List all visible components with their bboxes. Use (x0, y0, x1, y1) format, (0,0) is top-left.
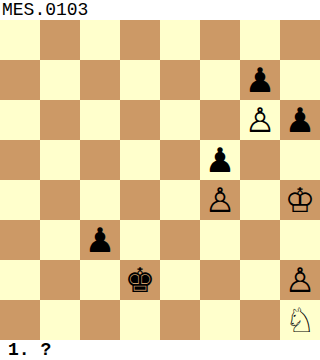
square-d5[interactable] (120, 140, 160, 180)
square-c2[interactable] (80, 260, 120, 300)
square-c5[interactable] (80, 140, 120, 180)
square-c6[interactable] (80, 100, 120, 140)
square-b3[interactable] (40, 220, 80, 260)
square-h4[interactable]: ♔ (280, 180, 320, 220)
square-e1[interactable] (160, 300, 200, 340)
chess-puzzle-diagram: MES.0103 ♟♙♟♟♙♔♟♚♙♘ 1. ? (0, 0, 320, 360)
square-h3[interactable] (280, 220, 320, 260)
square-d8[interactable] (120, 20, 160, 60)
square-b4[interactable] (40, 180, 80, 220)
square-a2[interactable] (0, 260, 40, 300)
diagram-title: MES.0103 (0, 0, 320, 20)
square-g3[interactable] (240, 220, 280, 260)
square-b6[interactable] (40, 100, 80, 140)
square-f3[interactable] (200, 220, 240, 260)
square-f2[interactable] (200, 260, 240, 300)
square-d2[interactable]: ♚ (120, 260, 160, 300)
square-f5[interactable]: ♟ (200, 140, 240, 180)
square-g1[interactable] (240, 300, 280, 340)
square-g4[interactable] (240, 180, 280, 220)
square-b8[interactable] (40, 20, 80, 60)
square-h1[interactable]: ♘ (280, 300, 320, 340)
white-king: ♔ (285, 180, 315, 220)
black-pawn: ♟ (285, 100, 315, 140)
square-h2[interactable]: ♙ (280, 260, 320, 300)
square-g7[interactable]: ♟ (240, 60, 280, 100)
square-d4[interactable] (120, 180, 160, 220)
chess-board: ♟♙♟♟♙♔♟♚♙♘ (0, 20, 320, 340)
square-f7[interactable] (200, 60, 240, 100)
square-a7[interactable] (0, 60, 40, 100)
square-a1[interactable] (0, 300, 40, 340)
square-b1[interactable] (40, 300, 80, 340)
square-h5[interactable] (280, 140, 320, 180)
square-c7[interactable] (80, 60, 120, 100)
square-b5[interactable] (40, 140, 80, 180)
square-a8[interactable] (0, 20, 40, 60)
square-h6[interactable]: ♟ (280, 100, 320, 140)
white-pawn: ♙ (245, 100, 275, 140)
square-b7[interactable] (40, 60, 80, 100)
square-e4[interactable] (160, 180, 200, 220)
square-a3[interactable] (0, 220, 40, 260)
square-e6[interactable] (160, 100, 200, 140)
square-f8[interactable] (200, 20, 240, 60)
square-e5[interactable] (160, 140, 200, 180)
square-c3[interactable]: ♟ (80, 220, 120, 260)
square-h8[interactable] (280, 20, 320, 60)
square-h7[interactable] (280, 60, 320, 100)
square-a6[interactable] (0, 100, 40, 140)
black-pawn: ♟ (85, 220, 115, 260)
black-pawn: ♟ (245, 60, 275, 100)
square-f6[interactable] (200, 100, 240, 140)
square-b2[interactable] (40, 260, 80, 300)
square-c4[interactable] (80, 180, 120, 220)
square-e8[interactable] (160, 20, 200, 60)
white-knight: ♘ (285, 300, 315, 340)
square-g6[interactable]: ♙ (240, 100, 280, 140)
black-king: ♚ (125, 260, 155, 300)
square-f1[interactable] (200, 300, 240, 340)
square-c1[interactable] (80, 300, 120, 340)
square-a5[interactable] (0, 140, 40, 180)
square-e3[interactable] (160, 220, 200, 260)
square-g8[interactable] (240, 20, 280, 60)
square-d7[interactable] (120, 60, 160, 100)
move-prompt: 1. ? (0, 340, 320, 360)
square-d1[interactable] (120, 300, 160, 340)
white-pawn: ♙ (205, 180, 235, 220)
square-d3[interactable] (120, 220, 160, 260)
black-pawn: ♟ (205, 140, 235, 180)
square-e7[interactable] (160, 60, 200, 100)
square-c8[interactable] (80, 20, 120, 60)
square-d6[interactable] (120, 100, 160, 140)
square-e2[interactable] (160, 260, 200, 300)
square-a4[interactable] (0, 180, 40, 220)
square-g2[interactable] (240, 260, 280, 300)
white-pawn: ♙ (285, 260, 315, 300)
square-g5[interactable] (240, 140, 280, 180)
square-f4[interactable]: ♙ (200, 180, 240, 220)
